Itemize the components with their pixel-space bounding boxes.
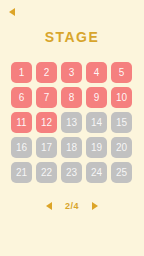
pager-label: 2/4 <box>65 201 79 211</box>
stage-tile-24[interactable]: 24 <box>86 162 107 183</box>
pager: 2/4 <box>0 199 144 213</box>
stage-tile-21[interactable]: 21 <box>11 162 32 183</box>
pager-next-button[interactable] <box>90 200 100 212</box>
pager-prev-button[interactable] <box>44 200 54 212</box>
stage-tile-19[interactable]: 19 <box>86 137 107 158</box>
stage-tile-12[interactable]: 12 <box>36 112 57 133</box>
stage-tile-3[interactable]: 3 <box>61 62 82 83</box>
stage-tile-15[interactable]: 15 <box>111 112 132 133</box>
stage-tile-16[interactable]: 16 <box>11 137 32 158</box>
stage-tile-7[interactable]: 7 <box>36 87 57 108</box>
stage-tile-22[interactable]: 22 <box>36 162 57 183</box>
stage-tile-17[interactable]: 17 <box>36 137 57 158</box>
stage-tile-4[interactable]: 4 <box>86 62 107 83</box>
stage-tile-2[interactable]: 2 <box>36 62 57 83</box>
stage-tile-20[interactable]: 20 <box>111 137 132 158</box>
stage-tile-13[interactable]: 13 <box>61 112 82 133</box>
stage-tile-1[interactable]: 1 <box>11 62 32 83</box>
stage-tile-10[interactable]: 10 <box>111 87 132 108</box>
stage-tile-23[interactable]: 23 <box>61 162 82 183</box>
stage-tile-6[interactable]: 6 <box>11 87 32 108</box>
stage-tile-9[interactable]: 9 <box>86 87 107 108</box>
back-arrow-icon <box>9 8 15 16</box>
stage-tile-18[interactable]: 18 <box>61 137 82 158</box>
stage-tile-25[interactable]: 25 <box>111 162 132 183</box>
page-title: STAGE <box>0 29 144 45</box>
stage-tile-5[interactable]: 5 <box>111 62 132 83</box>
stage-tile-11[interactable]: 11 <box>11 112 32 133</box>
next-page-icon <box>92 202 98 210</box>
stage-grid: 1234567891011121314151617181920212223242… <box>11 62 132 183</box>
stage-tile-8[interactable]: 8 <box>61 87 82 108</box>
stage-tile-14[interactable]: 14 <box>86 112 107 133</box>
prev-page-icon <box>46 202 52 210</box>
back-button[interactable] <box>6 6 18 18</box>
